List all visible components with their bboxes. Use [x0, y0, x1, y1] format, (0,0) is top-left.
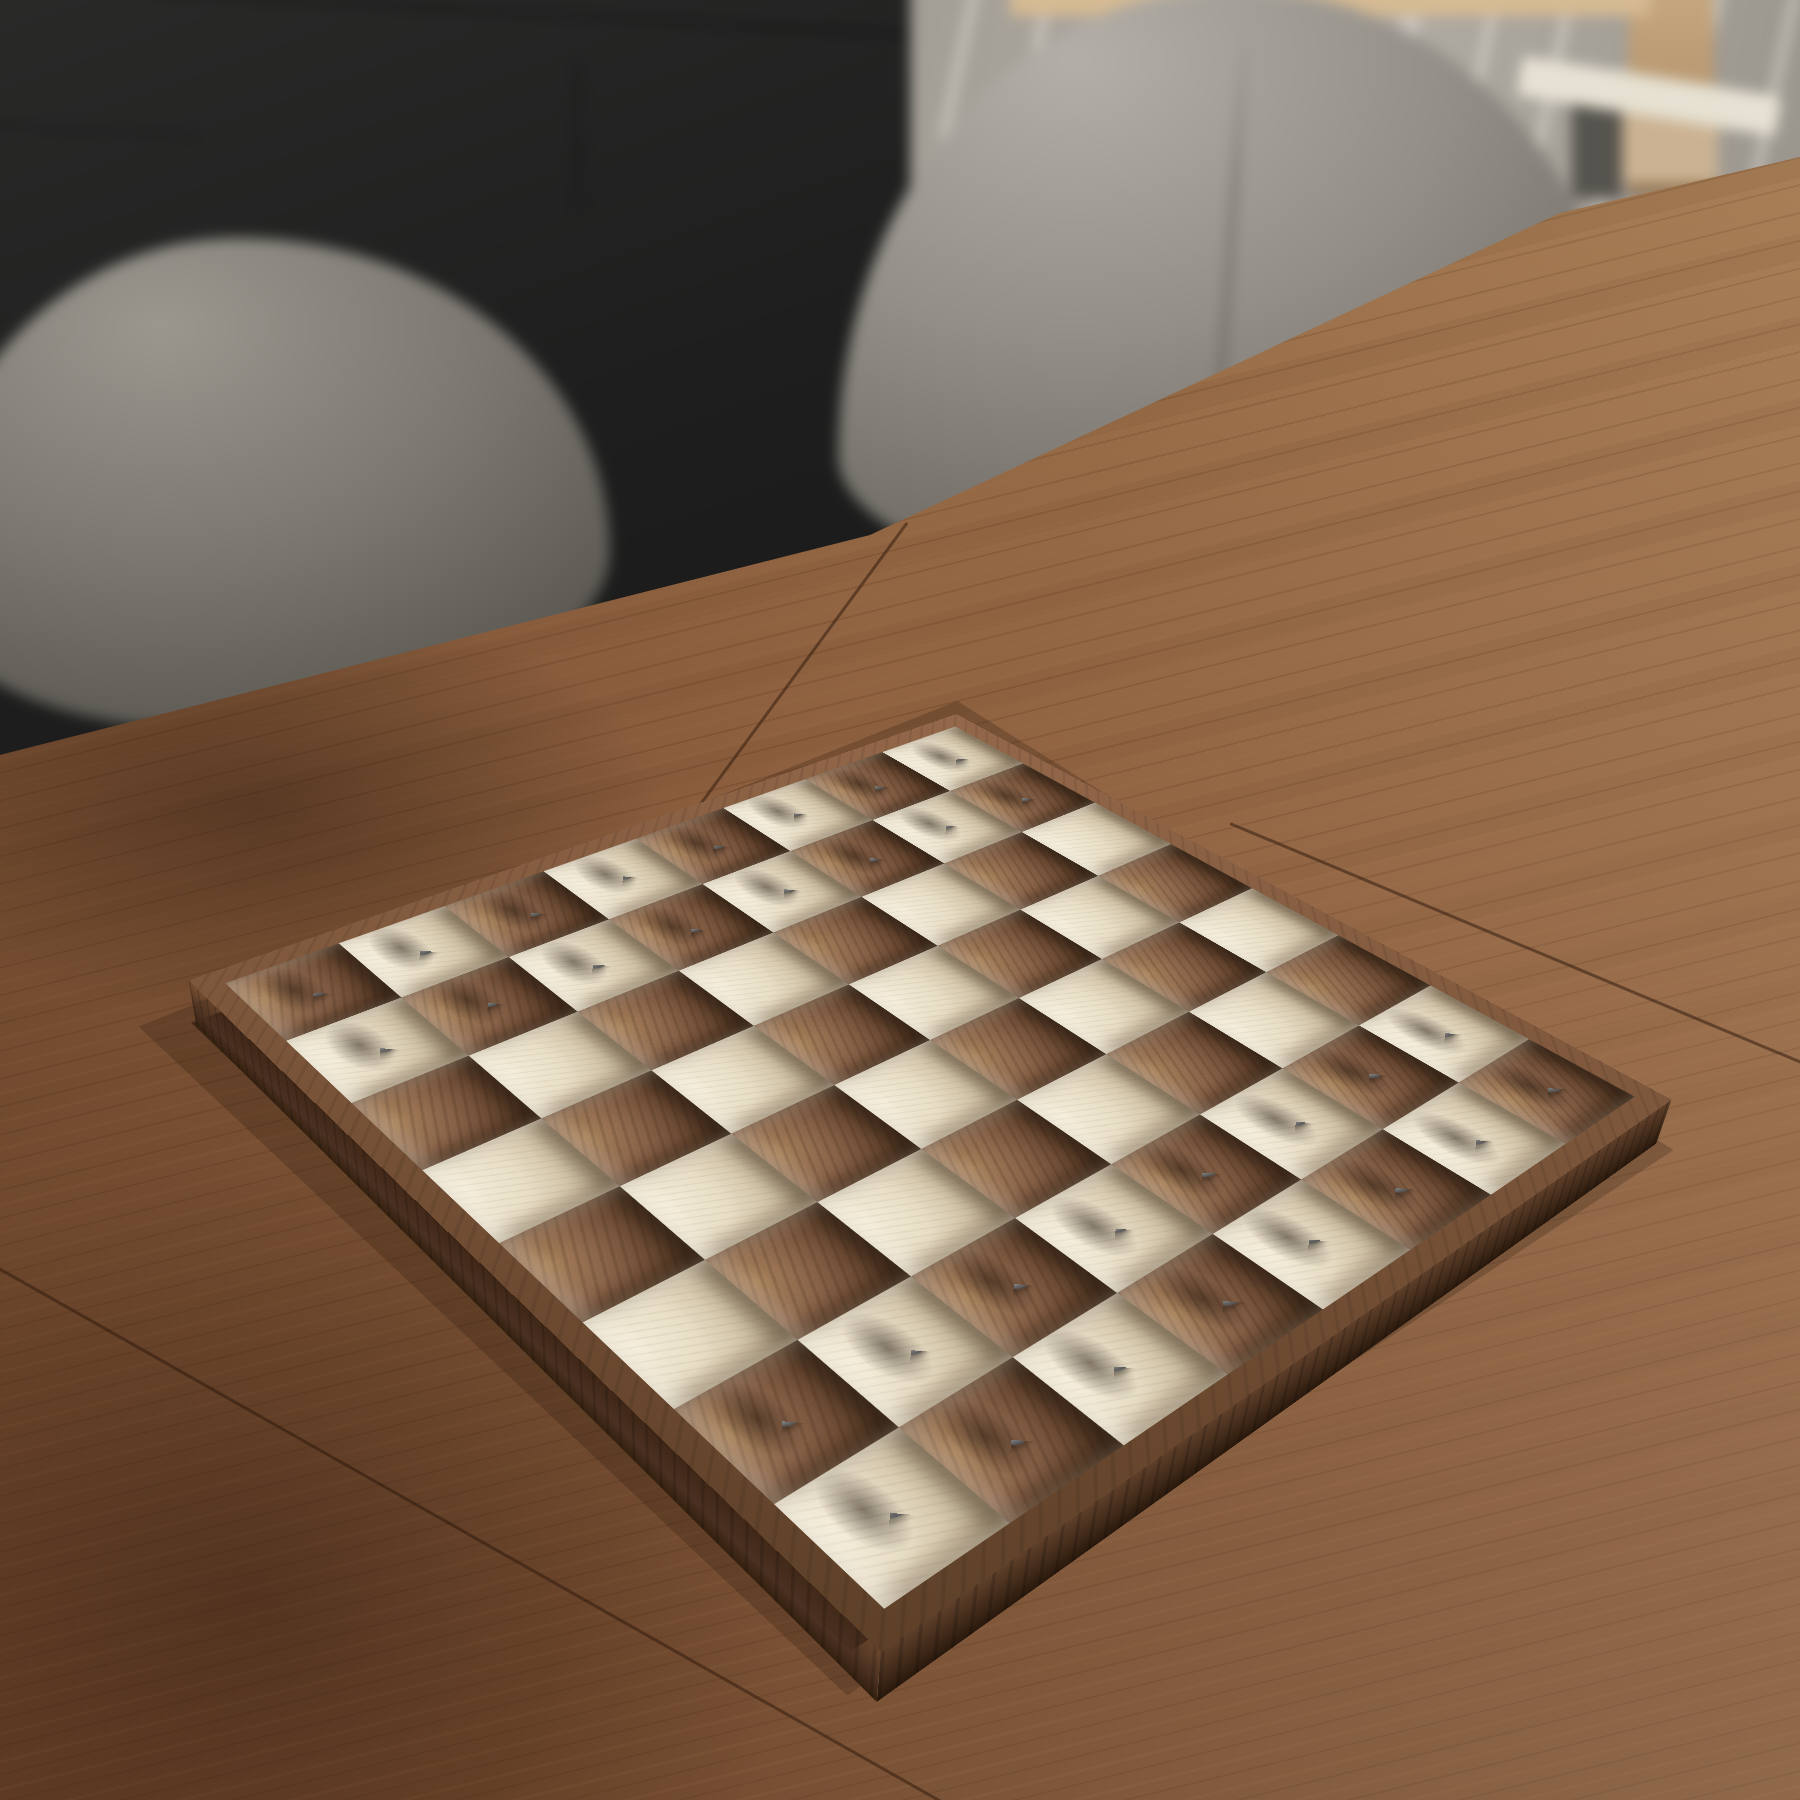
piece-glyph: ♛	[1164, 1136, 1308, 1283]
chess-board: ♜♞♝♛♚♝♞♜♟♟♟♟♟♟♟♟♟♟♟♟♟♟♟♟♜♞♝♛♚♝♞♜	[189, 714, 1672, 1652]
board-scene: ♜♞♝♛♚♝♞♜♟♟♟♟♟♟♟♟♟♟♟♟♟♟♟♟♜♞♝♛♚♝♞♜	[0, 0, 1800, 1800]
piece-glyph: ♜	[831, 1364, 947, 1483]
